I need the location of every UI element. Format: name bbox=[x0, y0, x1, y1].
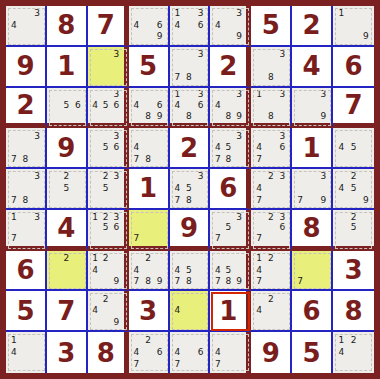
given-digit: 1 bbox=[139, 175, 157, 201]
cell-r9c3[interactable]: 8 bbox=[88, 332, 129, 373]
cell-r1c2[interactable]: 8 bbox=[47, 6, 88, 47]
cell-r1c9[interactable]: 19 bbox=[333, 6, 374, 47]
candidate-4: 4 bbox=[212, 264, 223, 276]
cell-r1c3[interactable]: 7 bbox=[88, 6, 129, 47]
candidate-5: 5 bbox=[183, 183, 195, 195]
candidate-4: 4 bbox=[131, 264, 143, 276]
candidate-1: 1 bbox=[253, 90, 265, 101]
candidate-4: 4 bbox=[212, 142, 223, 154]
given-digit: 5 bbox=[262, 12, 280, 38]
candidate-5: 5 bbox=[100, 222, 111, 233]
candidate-3: 3 bbox=[277, 171, 289, 183]
given-digit: 3 bbox=[345, 257, 363, 283]
cell-r1c4[interactable]: 469 bbox=[129, 6, 170, 47]
candidate-3: 3 bbox=[277, 130, 289, 142]
candidate-3: 3 bbox=[31, 171, 43, 183]
candidate-5: 5 bbox=[61, 100, 73, 111]
candidate-7: 7 bbox=[131, 359, 143, 371]
cell-r5c3[interactable]: 235 bbox=[88, 169, 129, 210]
candidate-2: 2 bbox=[100, 171, 111, 183]
candidate-5: 5 bbox=[61, 183, 73, 195]
candidate-5: 5 bbox=[183, 264, 195, 276]
given-digit: 2 bbox=[180, 135, 198, 161]
cell-r6c3[interactable]: 12356 bbox=[88, 210, 129, 251]
cell-r9c6[interactable]: 47 bbox=[210, 332, 251, 373]
candidate-6: 6 bbox=[111, 142, 122, 154]
cell-r2c5[interactable]: 378 bbox=[170, 47, 211, 88]
candidate-9: 9 bbox=[234, 31, 245, 43]
cell-r9c7[interactable]: 9 bbox=[251, 332, 292, 373]
given-digit: 3 bbox=[139, 298, 157, 324]
given-digit: 2 bbox=[219, 53, 237, 79]
cell-r7c4[interactable]: 24789 bbox=[129, 251, 170, 292]
candidate-1: 1 bbox=[90, 212, 101, 223]
cell-r8c4[interactable]: 3 bbox=[129, 291, 170, 332]
cell-r9c8[interactable]: 5 bbox=[292, 332, 333, 373]
candidate-2: 2 bbox=[265, 171, 277, 183]
candidate-6: 6 bbox=[72, 100, 84, 111]
candidate-4: 4 bbox=[212, 346, 223, 358]
cell-r6c9[interactable]: 25 bbox=[333, 210, 374, 251]
cell-r9c1[interactable]: 14 bbox=[6, 332, 47, 373]
given-digit: 2 bbox=[303, 12, 321, 38]
cell-r4c2[interactable]: 9 bbox=[47, 128, 88, 169]
candidate-9: 9 bbox=[234, 276, 245, 288]
candidate-6: 6 bbox=[111, 100, 122, 111]
candidate-5: 5 bbox=[223, 222, 234, 233]
candidate-1: 1 bbox=[253, 253, 265, 265]
given-digit: 1 bbox=[219, 298, 237, 324]
cell-r7c1[interactable]: 6 bbox=[6, 251, 47, 292]
candidate-3: 3 bbox=[234, 8, 245, 20]
cell-r7c2[interactable]: 2 bbox=[47, 251, 88, 292]
candidate-6: 6 bbox=[277, 142, 289, 154]
cell-r8c8[interactable]: 6 bbox=[292, 291, 333, 332]
given-digit: 4 bbox=[57, 215, 75, 241]
candidate-2: 2 bbox=[265, 212, 277, 223]
cell-r3c6[interactable]: 3489 bbox=[210, 88, 251, 129]
candidate-7: 7 bbox=[253, 233, 265, 244]
given-digit: 4 bbox=[303, 53, 321, 79]
cell-r3c2[interactable]: 56 bbox=[47, 88, 88, 129]
cell-r5c5[interactable]: 34578 bbox=[170, 169, 211, 210]
candidate-3: 3 bbox=[277, 90, 289, 101]
candidate-8: 8 bbox=[183, 194, 195, 206]
cell-r3c9[interactable]: 7 bbox=[333, 88, 374, 129]
candidate-3: 3 bbox=[111, 49, 122, 61]
cell-r7c7[interactable]: 1247 bbox=[251, 251, 292, 292]
cell-r2c7[interactable]: 38 bbox=[251, 47, 292, 88]
candidate-4: 4 bbox=[172, 346, 184, 358]
candidate-8: 8 bbox=[223, 276, 234, 288]
candidate-7: 7 bbox=[212, 154, 223, 166]
candidate-5: 5 bbox=[100, 100, 111, 111]
candidate-3: 3 bbox=[111, 212, 122, 223]
candidate-7: 7 bbox=[212, 233, 223, 244]
candidate-7: 7 bbox=[172, 276, 184, 288]
candidate-3: 3 bbox=[234, 90, 245, 101]
candidate-1: 1 bbox=[172, 8, 184, 20]
cell-r5c4[interactable]: 1 bbox=[129, 169, 170, 210]
candidate-7: 7 bbox=[253, 154, 265, 166]
cell-r3c5[interactable]: 13468 bbox=[170, 88, 211, 129]
candidate-5: 5 bbox=[223, 142, 234, 154]
sudoku-board: 3487469134634952199135378238462563456468… bbox=[0, 0, 380, 379]
candidate-5: 5 bbox=[347, 142, 359, 154]
cell-r5c6[interactable]: 6 bbox=[210, 169, 251, 210]
candidate-4: 4 bbox=[172, 20, 184, 32]
candidate-4: 4 bbox=[335, 346, 347, 358]
given-digit: 5 bbox=[303, 340, 321, 366]
given-digit: 9 bbox=[16, 53, 34, 79]
candidate-2: 2 bbox=[100, 253, 111, 265]
candidate-7: 7 bbox=[172, 359, 184, 371]
candidate-9: 9 bbox=[234, 111, 245, 122]
candidate-6: 6 bbox=[154, 100, 166, 111]
candidate-6: 6 bbox=[111, 222, 122, 233]
cell-r8c2[interactable]: 7 bbox=[47, 291, 88, 332]
candidate-9: 9 bbox=[154, 31, 166, 43]
candidate-4: 4 bbox=[172, 183, 184, 195]
given-digit: 8 bbox=[97, 340, 115, 366]
candidate-4: 4 bbox=[131, 346, 143, 358]
cell-r8c3[interactable]: 249 bbox=[88, 291, 129, 332]
candidate-4: 4 bbox=[212, 100, 223, 111]
candidate-4: 4 bbox=[335, 183, 347, 195]
given-digit: 7 bbox=[345, 92, 363, 118]
candidate-8: 8 bbox=[183, 72, 195, 84]
candidate-4: 4 bbox=[253, 264, 265, 276]
candidate-4: 4 bbox=[131, 142, 143, 154]
candidate-2: 2 bbox=[142, 334, 154, 346]
candidate-2: 2 bbox=[347, 171, 359, 183]
given-digit: 5 bbox=[139, 53, 157, 79]
cell-r8c7[interactable]: 24 bbox=[251, 291, 292, 332]
candidate-2: 2 bbox=[100, 212, 111, 223]
candidate-4: 4 bbox=[90, 264, 101, 276]
candidate-9: 9 bbox=[360, 31, 372, 43]
cell-r2c9[interactable]: 6 bbox=[333, 47, 374, 88]
candidate-9: 9 bbox=[111, 317, 122, 329]
candidate-7: 7 bbox=[172, 194, 184, 206]
candidate-3: 3 bbox=[277, 212, 289, 223]
cell-r7c8[interactable]: 7 bbox=[292, 251, 333, 292]
candidate-4: 4 bbox=[172, 305, 184, 317]
candidate-4: 4 bbox=[131, 20, 143, 32]
given-digit: 7 bbox=[57, 298, 75, 324]
cell-r4c3[interactable]: 356 bbox=[88, 128, 129, 169]
cell-r2c8[interactable]: 4 bbox=[292, 47, 333, 88]
cell-r3c7[interactable]: 138 bbox=[251, 88, 292, 129]
candidate-1: 1 bbox=[8, 212, 20, 223]
candidate-1: 1 bbox=[8, 334, 20, 346]
cell-r2c4[interactable]: 5 bbox=[129, 47, 170, 88]
candidate-8: 8 bbox=[20, 154, 32, 166]
candidate-9: 9 bbox=[317, 194, 329, 206]
candidate-2: 2 bbox=[142, 253, 154, 265]
cell-r3c3[interactable]: 3456 bbox=[88, 88, 129, 129]
candidate-6: 6 bbox=[277, 222, 289, 233]
given-digit: 3 bbox=[57, 340, 75, 366]
cell-r7c3[interactable]: 1249 bbox=[88, 251, 129, 292]
candidate-3: 3 bbox=[31, 130, 43, 142]
cell-r3c8[interactable]: 39 bbox=[292, 88, 333, 129]
candidate-8: 8 bbox=[183, 111, 195, 122]
candidate-4: 4 bbox=[335, 142, 347, 154]
cell-r8c6[interactable]: 1 bbox=[210, 291, 251, 332]
candidate-4: 4 bbox=[8, 20, 20, 32]
given-digit: 6 bbox=[345, 53, 363, 79]
candidate-6: 6 bbox=[195, 346, 207, 358]
candidate-3: 3 bbox=[277, 49, 289, 61]
given-digit: 2 bbox=[16, 92, 34, 118]
cell-r2c3[interactable]: 3 bbox=[88, 47, 129, 88]
candidate-4: 4 bbox=[172, 100, 184, 111]
given-digit: 6 bbox=[303, 298, 321, 324]
candidate-9: 9 bbox=[360, 194, 372, 206]
cell-r6c4[interactable]: 7 bbox=[129, 210, 170, 251]
candidate-7: 7 bbox=[172, 72, 184, 84]
candidate-3: 3 bbox=[234, 212, 245, 223]
cell-r2c1[interactable]: 9 bbox=[6, 47, 47, 88]
candidate-3: 3 bbox=[31, 212, 43, 223]
candidate-6: 6 bbox=[195, 100, 207, 111]
cell-r1c5[interactable]: 1346 bbox=[170, 6, 211, 47]
cell-r7c5[interactable]: 4578 bbox=[170, 251, 211, 292]
candidate-3: 3 bbox=[195, 49, 207, 61]
given-digit: 9 bbox=[57, 135, 75, 161]
cell-r8c5[interactable]: 4 bbox=[170, 291, 211, 332]
given-digit: 1 bbox=[303, 135, 321, 161]
candidate-8: 8 bbox=[142, 154, 154, 166]
candidate-9: 9 bbox=[154, 276, 166, 288]
candidate-4: 4 bbox=[253, 305, 265, 317]
cell-r6c8[interactable]: 8 bbox=[292, 210, 333, 251]
candidate-7: 7 bbox=[294, 194, 306, 206]
cell-r7c9[interactable]: 3 bbox=[333, 251, 374, 292]
cell-r5c2[interactable]: 25 bbox=[47, 169, 88, 210]
candidate-7: 7 bbox=[253, 194, 265, 206]
candidate-6: 6 bbox=[154, 346, 166, 358]
candidate-8: 8 bbox=[183, 276, 195, 288]
cell-r8c9[interactable]: 8 bbox=[333, 291, 374, 332]
candidate-5: 5 bbox=[347, 222, 359, 233]
given-digit: 9 bbox=[262, 340, 280, 366]
given-digit: 6 bbox=[219, 175, 237, 201]
cell-r1c6[interactable]: 349 bbox=[210, 6, 251, 47]
candidate-3: 3 bbox=[111, 90, 122, 101]
candidate-8: 8 bbox=[223, 111, 234, 122]
candidate-2: 2 bbox=[100, 293, 111, 305]
candidate-2: 2 bbox=[347, 212, 359, 223]
cell-r4c5[interactable]: 2 bbox=[170, 128, 211, 169]
candidate-9: 9 bbox=[154, 111, 166, 122]
candidate-2: 2 bbox=[61, 171, 73, 183]
cell-r9c2[interactable]: 3 bbox=[47, 332, 88, 373]
given-digit: 8 bbox=[303, 215, 321, 241]
cell-r9c5[interactable]: 467 bbox=[170, 332, 211, 373]
cell-r1c1[interactable]: 34 bbox=[6, 6, 47, 47]
candidate-1: 1 bbox=[172, 90, 184, 101]
candidate-2: 2 bbox=[347, 334, 359, 346]
candidate-3: 3 bbox=[317, 90, 329, 101]
candidate-8: 8 bbox=[142, 111, 154, 122]
cell-r6c6[interactable]: 357 bbox=[210, 210, 251, 251]
cell-r5c9[interactable]: 2459 bbox=[333, 169, 374, 210]
cell-r2c6[interactable]: 2 bbox=[210, 47, 251, 88]
candidate-4: 4 bbox=[90, 100, 101, 111]
candidate-7: 7 bbox=[212, 276, 223, 288]
given-digit: 8 bbox=[57, 12, 75, 38]
given-digit: 9 bbox=[180, 215, 198, 241]
candidate-7: 7 bbox=[131, 276, 143, 288]
candidate-1: 1 bbox=[335, 334, 347, 346]
cell-r6c2[interactable]: 4 bbox=[47, 210, 88, 251]
candidate-5: 5 bbox=[100, 142, 111, 154]
candidate-4: 4 bbox=[253, 142, 265, 154]
cell-r7c6[interactable]: 45789 bbox=[210, 251, 251, 292]
cell-r4c4[interactable]: 478 bbox=[129, 128, 170, 169]
cell-r8c1[interactable]: 5 bbox=[6, 291, 47, 332]
candidate-7: 7 bbox=[131, 233, 143, 244]
candidate-4: 4 bbox=[8, 346, 20, 358]
candidate-1: 1 bbox=[90, 253, 101, 265]
cell-r2c2[interactable]: 1 bbox=[47, 47, 88, 88]
candidate-4: 4 bbox=[172, 264, 184, 276]
cell-r6c1[interactable]: 137 bbox=[6, 210, 47, 251]
cell-r6c5[interactable]: 9 bbox=[170, 210, 211, 251]
candidate-4: 4 bbox=[131, 100, 143, 111]
candidate-5: 5 bbox=[347, 183, 359, 195]
candidate-8: 8 bbox=[20, 194, 32, 206]
candidate-8: 8 bbox=[265, 72, 277, 84]
cell-r5c1[interactable]: 378 bbox=[6, 169, 47, 210]
given-digit: 1 bbox=[57, 53, 75, 79]
candidate-7: 7 bbox=[8, 233, 20, 244]
candidate-6: 6 bbox=[154, 20, 166, 32]
given-digit: 6 bbox=[16, 257, 34, 283]
cell-r4c9[interactable]: 45 bbox=[333, 128, 374, 169]
cell-r4c1[interactable]: 378 bbox=[6, 128, 47, 169]
candidate-8: 8 bbox=[142, 276, 154, 288]
candidate-6: 6 bbox=[195, 20, 207, 32]
cell-r6c7[interactable]: 2367 bbox=[251, 210, 292, 251]
cell-r1c7[interactable]: 5 bbox=[251, 6, 292, 47]
candidate-9: 9 bbox=[111, 276, 122, 288]
candidate-7: 7 bbox=[8, 154, 20, 166]
candidate-5: 5 bbox=[100, 183, 111, 195]
candidate-2: 2 bbox=[61, 253, 73, 265]
candidate-7: 7 bbox=[253, 276, 265, 288]
candidate-3: 3 bbox=[195, 8, 207, 20]
cell-r3c1[interactable]: 2 bbox=[6, 88, 47, 129]
candidate-4: 4 bbox=[212, 20, 223, 32]
candidate-7: 7 bbox=[294, 276, 306, 288]
candidate-2: 2 bbox=[265, 253, 277, 265]
candidate-4: 4 bbox=[253, 183, 265, 195]
cell-r1c8[interactable]: 2 bbox=[292, 6, 333, 47]
candidate-2: 2 bbox=[265, 293, 277, 305]
given-digit: 5 bbox=[16, 298, 34, 324]
cell-r3c4[interactable]: 4689 bbox=[129, 88, 170, 129]
candidate-3: 3 bbox=[195, 90, 207, 101]
candidate-3: 3 bbox=[195, 171, 207, 183]
candidate-3: 3 bbox=[234, 130, 245, 142]
candidate-7: 7 bbox=[8, 194, 20, 206]
cell-r9c4[interactable]: 2467 bbox=[129, 332, 170, 373]
given-digit: 7 bbox=[97, 12, 115, 38]
candidate-9: 9 bbox=[317, 111, 329, 122]
given-digit: 8 bbox=[345, 298, 363, 324]
candidate-8: 8 bbox=[223, 154, 234, 166]
candidate-1: 1 bbox=[335, 8, 347, 20]
candidate-7: 7 bbox=[131, 154, 143, 166]
candidate-3: 3 bbox=[317, 171, 329, 183]
cell-r5c8[interactable]: 379 bbox=[292, 169, 333, 210]
cell-r9c9[interactable]: 124 bbox=[333, 332, 374, 373]
candidate-5: 5 bbox=[223, 264, 234, 276]
candidate-3: 3 bbox=[31, 8, 43, 20]
candidate-3: 3 bbox=[111, 171, 122, 183]
cell-r4c8[interactable]: 1 bbox=[292, 128, 333, 169]
cell-r4c6[interactable]: 34578 bbox=[210, 128, 251, 169]
cell-r4c7[interactable]: 3467 bbox=[251, 128, 292, 169]
candidate-4: 4 bbox=[90, 305, 101, 317]
candidate-8: 8 bbox=[265, 111, 277, 122]
candidate-7: 7 bbox=[212, 359, 223, 371]
cell-r5c7[interactable]: 2347 bbox=[251, 169, 292, 210]
candidate-3: 3 bbox=[111, 130, 122, 142]
